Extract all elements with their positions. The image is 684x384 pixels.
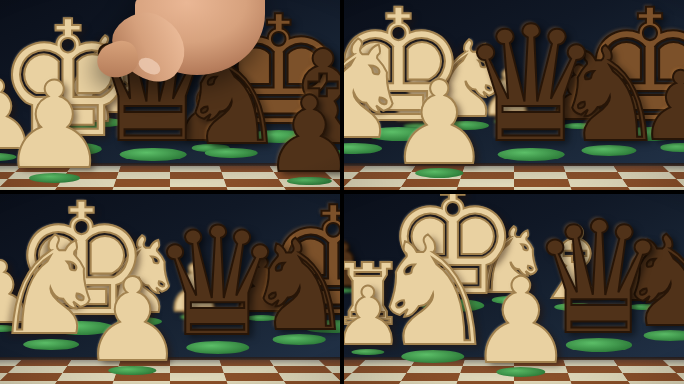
board-square xyxy=(224,373,283,381)
board-square xyxy=(514,186,574,190)
board-square xyxy=(514,179,571,187)
board-square xyxy=(170,179,227,187)
board-square xyxy=(617,172,676,179)
pawn-glyph: ♟ xyxy=(262,83,340,188)
board-square xyxy=(113,179,170,187)
pawn-glyph: ♟ xyxy=(1,66,109,186)
chess-photo-frame-3: ♟♞♚♟♞♟♟♛♟♞♚ xyxy=(0,194,340,384)
board-square xyxy=(227,380,289,384)
board-square xyxy=(627,186,684,190)
pawn-glyph: ♟ xyxy=(81,263,184,378)
board-square xyxy=(627,380,684,384)
board-square xyxy=(110,186,170,190)
board-square xyxy=(170,186,230,190)
white-pawn: ♟ xyxy=(81,263,184,378)
board-square xyxy=(622,373,684,381)
board-square xyxy=(571,186,633,190)
white-pawn: ♟ xyxy=(1,66,109,186)
board-square xyxy=(622,179,684,187)
chess-photo-frame-2: ♞♚♟♞♟♟♛♟♞♚♟ xyxy=(344,0,684,190)
board-square xyxy=(278,373,340,381)
pawn-glyph: ♟ xyxy=(388,66,491,181)
screenshot-root: ♟♚♟♞♟♛♟♞♚♝♟ ♞♚♟♞♟♟♛♟♞♚♟ ♟♞♚♟♞♟♟♛♟♞♚ ♟♜♟♚… xyxy=(0,0,684,384)
board-square xyxy=(344,380,401,384)
white-pawn: ♟ xyxy=(468,262,574,380)
black-pawn: ♟ xyxy=(262,83,340,188)
board-square xyxy=(568,373,627,381)
pawn-glyph: ♟ xyxy=(468,262,574,380)
board-square xyxy=(571,380,633,384)
board-square xyxy=(283,380,340,384)
board-square xyxy=(395,380,457,384)
video-frame-grid: ♟♚♟♞♟♛♟♞♚♝♟ ♞♚♟♞♟♟♛♟♞♚♟ ♟♞♚♟♞♟♟♛♟♞♚ ♟♜♟♚… xyxy=(0,0,684,384)
chess-photo-frame-1: ♟♚♟♞♟♛♟♞♚♝♟ xyxy=(0,0,340,190)
board-square xyxy=(568,179,627,187)
chess-photo-frame-4: ♟♜♟♚♞♞♟♝♛♟♞ xyxy=(344,194,684,384)
hand xyxy=(102,0,265,97)
white-pawn: ♟ xyxy=(388,66,491,181)
board-square xyxy=(0,380,57,384)
board-square xyxy=(8,366,67,373)
board-square xyxy=(0,373,62,381)
